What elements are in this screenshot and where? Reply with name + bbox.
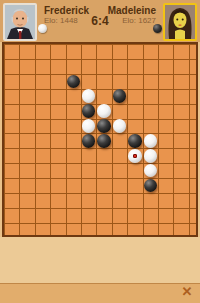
player-right-elo: Elo: 1627 [108,16,156,26]
stone-white [82,119,96,133]
stone-black [67,75,81,89]
stone-white [113,119,127,133]
stone-white [128,149,142,163]
last-move-marker [133,154,137,158]
stone-black [128,134,142,148]
close-icon[interactable]: ✕ [179,284,195,300]
stone-black [97,134,111,148]
lower-panel [0,237,200,283]
stone-white [144,134,158,148]
footer-bar [0,283,200,303]
stone-white [97,104,111,118]
game-board[interactable] [2,42,198,237]
stone-black [113,89,127,103]
player-right-info: Madeleine Elo: 1627 [108,5,156,26]
stone-white [144,149,158,163]
player-right-name: Madeleine [108,5,156,16]
madeleine-avatar-image [165,5,195,39]
stone-black [82,134,96,148]
stone-black [97,119,111,133]
header-bar: Frederick Elo: 1448 6:4 Madeleine Elo: 1… [0,0,200,42]
gomoku-app: Frederick Elo: 1448 6:4 Madeleine Elo: 1… [0,0,200,303]
madeleine-avatar [163,3,197,41]
